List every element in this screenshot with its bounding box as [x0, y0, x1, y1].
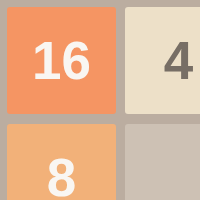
tile-4-value: 4	[164, 34, 193, 87]
tile-4: 4	[125, 7, 200, 114]
tile-16-value: 16	[32, 34, 91, 87]
tile-8: 8	[7, 124, 116, 200]
tile-8-value: 8	[47, 151, 76, 200]
tile-16: 16	[7, 7, 116, 114]
empty-cell	[125, 124, 200, 200]
game-board-2048[interactable]: 16 4 8	[0, 0, 200, 200]
